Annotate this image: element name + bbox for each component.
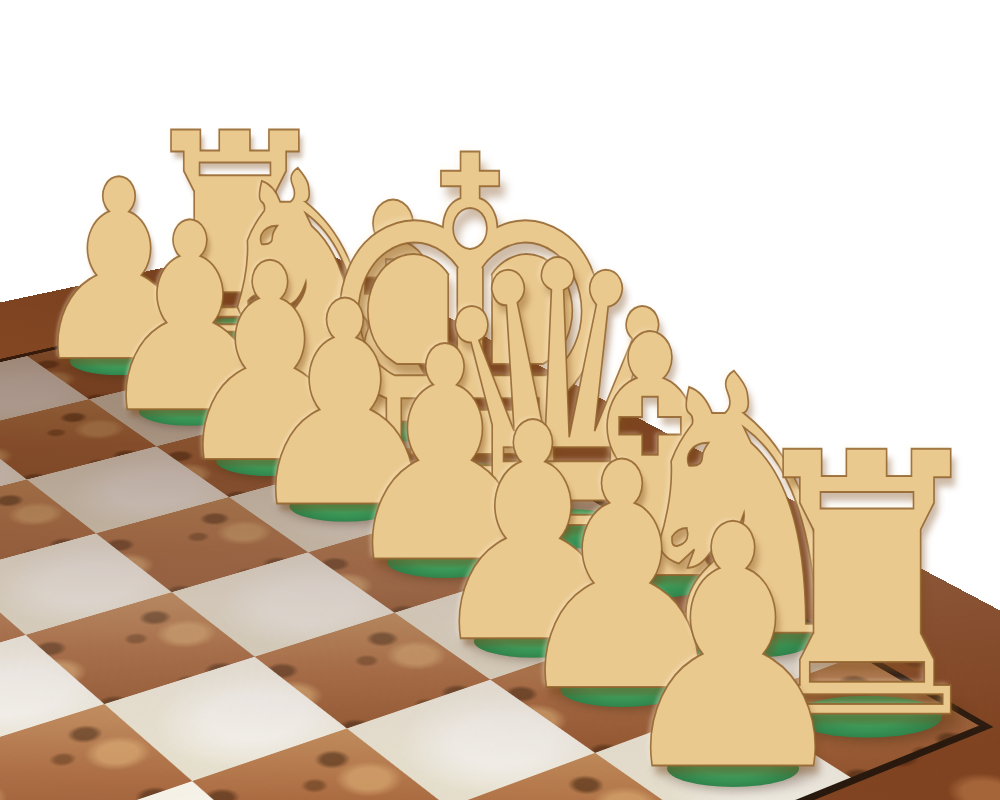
- chess-board: [0, 239, 1000, 800]
- board-playing-area: [0, 301, 993, 800]
- product-photo-canvas: ♜♟♞♟♝♟♚♟♛♟♝♞♟♟♜♟: [0, 0, 1000, 800]
